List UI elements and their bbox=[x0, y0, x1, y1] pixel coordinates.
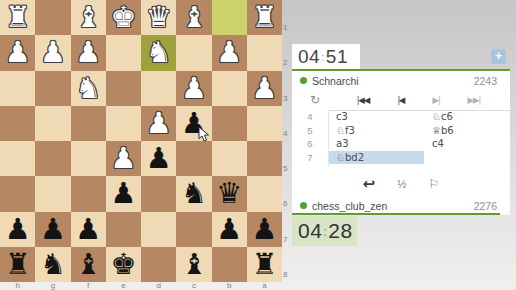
square-g7[interactable]: ♟ bbox=[35, 212, 70, 247]
square-c8[interactable]: ♝ bbox=[176, 247, 211, 282]
black-bishop-c8: ♝ bbox=[176, 247, 211, 282]
offer-draw-icon[interactable]: ½ bbox=[397, 178, 406, 190]
black-queen-b6: ♛ bbox=[212, 176, 247, 211]
rank-label-2: 2 bbox=[283, 58, 291, 67]
square-d3[interactable] bbox=[141, 71, 176, 106]
game-panel: Schnarchi 2243 ↻ |◀◀ |◀ ▶| ▶▶| 4 c3 ♘c6 … bbox=[292, 71, 510, 215]
move-row: 7 ♘bd2 bbox=[292, 151, 510, 165]
black-knight-c6: ♞ bbox=[176, 176, 211, 211]
file-label-d: d bbox=[141, 281, 176, 290]
file-label-h: h bbox=[0, 281, 35, 290]
move-number: 7 bbox=[292, 152, 328, 163]
move-number: 6 bbox=[292, 138, 328, 149]
black-rook-h8: ♜ bbox=[0, 247, 35, 282]
add-time-button[interactable]: + bbox=[491, 49, 506, 64]
clock-minutes: 04 bbox=[298, 219, 328, 242]
square-h7[interactable]: ♟ bbox=[0, 212, 35, 247]
black-move[interactable] bbox=[424, 151, 510, 165]
opponent-name: Schnarchi bbox=[312, 75, 359, 87]
black-pawn-h7: ♟ bbox=[0, 212, 35, 247]
prev-move-button[interactable]: |◀ bbox=[398, 95, 405, 105]
white-move-selected[interactable]: ♘bd2 bbox=[328, 151, 424, 165]
first-move-button[interactable]: |◀◀ bbox=[357, 95, 369, 105]
file-label-b: b bbox=[212, 281, 247, 290]
square-h3[interactable] bbox=[0, 71, 35, 106]
file-label-a: a bbox=[247, 281, 282, 290]
file-label-g: g bbox=[35, 281, 70, 290]
square-e7[interactable] bbox=[106, 212, 141, 247]
square-g1[interactable] bbox=[35, 0, 70, 35]
file-label-e: e bbox=[106, 281, 141, 290]
square-b5[interactable] bbox=[212, 141, 247, 176]
square-d4[interactable]: ♟ bbox=[141, 106, 176, 141]
black-move[interactable]: ♕b6 bbox=[424, 124, 510, 138]
square-g6[interactable] bbox=[35, 176, 70, 211]
square-e4[interactable] bbox=[106, 106, 141, 141]
white-queen-d1: ♛ bbox=[141, 0, 176, 35]
square-h2[interactable]: ♟ bbox=[0, 35, 35, 70]
square-b7[interactable]: ♟ bbox=[212, 212, 247, 247]
rank-label-8: 8 bbox=[283, 270, 291, 279]
rank-label-7: 7 bbox=[283, 235, 291, 244]
square-f4[interactable] bbox=[71, 106, 106, 141]
white-pawn-a3: ♟ bbox=[247, 71, 282, 106]
black-rook-a8: ♜ bbox=[247, 247, 282, 282]
square-h6[interactable] bbox=[0, 176, 35, 211]
move-row: 6 a3 c4 bbox=[292, 137, 510, 151]
clock-seconds: 28 bbox=[328, 219, 352, 242]
square-h4[interactable] bbox=[0, 106, 35, 141]
square-d1[interactable]: ♛ bbox=[141, 0, 176, 35]
opponent-rating: 2243 bbox=[474, 75, 497, 87]
square-e2[interactable] bbox=[106, 35, 141, 70]
player-clock-active: 0428 bbox=[292, 216, 357, 246]
white-move[interactable]: c3 bbox=[328, 110, 424, 124]
last-move-button[interactable]: ▶▶| bbox=[468, 95, 480, 105]
chess-board[interactable]: ♜♝♚♛♝♜♟♟♟♞♟♞♟♟♟♟♟♟♟♞♛♟♟♟♟♟♜♞♝♚♝♜ bbox=[0, 0, 282, 282]
square-g4[interactable] bbox=[35, 106, 70, 141]
black-move[interactable]: c4 bbox=[424, 137, 510, 151]
black-pawn-a7: ♟ bbox=[247, 212, 282, 247]
square-a5[interactable] bbox=[247, 141, 282, 176]
square-h1[interactable]: ♜ bbox=[0, 0, 35, 35]
move-nav-toolbar: ↻ |◀◀ |◀ ▶| ▶▶| bbox=[292, 90, 510, 110]
mouse-cursor-icon bbox=[198, 127, 211, 142]
square-e6[interactable]: ♟ bbox=[106, 176, 141, 211]
black-pawn-g7: ♟ bbox=[35, 212, 70, 247]
clock-seconds: 51 bbox=[326, 46, 348, 67]
move-row: 4 c3 ♘c6 bbox=[292, 110, 510, 124]
square-b3[interactable] bbox=[212, 71, 247, 106]
square-e8[interactable]: ♚ bbox=[106, 247, 141, 282]
move-row: 5 ♘f3 ♕b6 bbox=[292, 124, 510, 138]
square-c2[interactable] bbox=[176, 35, 211, 70]
white-king-e1: ♚ bbox=[106, 0, 141, 35]
game-action-buttons: ↩ ½ ⚐ bbox=[292, 171, 510, 197]
square-f7[interactable]: ♟ bbox=[71, 212, 106, 247]
square-e1[interactable]: ♚ bbox=[106, 0, 141, 35]
square-b2[interactable]: ♟ bbox=[212, 35, 247, 70]
square-g3[interactable] bbox=[35, 71, 70, 106]
square-b4[interactable] bbox=[212, 106, 247, 141]
file-label-c: c bbox=[176, 281, 211, 290]
square-h5[interactable] bbox=[0, 141, 35, 176]
white-pawn-e5: ♟ bbox=[106, 141, 141, 176]
white-pawn-b2: ♟ bbox=[212, 35, 247, 70]
black-pawn-d5: ♟ bbox=[141, 141, 176, 176]
player-rating: 2276 bbox=[474, 200, 497, 212]
square-c5[interactable] bbox=[176, 141, 211, 176]
rank-label-6: 6 bbox=[283, 199, 291, 208]
square-c1[interactable]: ♝ bbox=[176, 0, 211, 35]
square-d7[interactable] bbox=[141, 212, 176, 247]
black-king-e8: ♚ bbox=[106, 247, 141, 282]
square-a4[interactable] bbox=[247, 106, 282, 141]
white-pawn-f2: ♟ bbox=[71, 35, 106, 70]
white-move[interactable]: a3 bbox=[328, 137, 424, 151]
white-rook-h1: ♜ bbox=[0, 0, 35, 35]
square-h8[interactable]: ♜ bbox=[0, 247, 35, 282]
square-b8[interactable] bbox=[212, 247, 247, 282]
file-label-f: f bbox=[71, 281, 106, 290]
move-nav-buttons: |◀◀ |◀ ▶| ▶▶| bbox=[325, 95, 510, 105]
player-name: chess_club_zen bbox=[312, 200, 387, 212]
square-g5[interactable] bbox=[35, 141, 70, 176]
flip-board-icon[interactable]: ↻ bbox=[305, 93, 325, 107]
square-f5[interactable] bbox=[71, 141, 106, 176]
white-pawn-h2: ♟ bbox=[0, 35, 35, 70]
black-knight-g8: ♞ bbox=[35, 247, 70, 282]
opponent-player-row[interactable]: Schnarchi 2243 bbox=[292, 71, 510, 90]
square-a6[interactable] bbox=[247, 176, 282, 211]
square-d6[interactable] bbox=[141, 176, 176, 211]
resign-flag-icon[interactable]: ⚐ bbox=[429, 177, 440, 191]
rank-label-5: 5 bbox=[283, 164, 291, 173]
square-d2[interactable]: ♞ bbox=[141, 35, 176, 70]
square-a1[interactable]: ♜ bbox=[247, 0, 282, 35]
online-dot-icon bbox=[300, 202, 307, 209]
square-f1[interactable]: ♝ bbox=[71, 0, 106, 35]
white-rook-a1: ♜ bbox=[247, 0, 282, 35]
square-b6[interactable]: ♛ bbox=[212, 176, 247, 211]
square-e3[interactable] bbox=[106, 71, 141, 106]
online-dot-icon bbox=[300, 77, 307, 84]
black-move[interactable]: ♘c6 bbox=[424, 110, 510, 124]
rank-label-4: 4 bbox=[283, 129, 291, 138]
clock-minutes: 04 bbox=[298, 46, 326, 67]
move-number: 5 bbox=[292, 125, 328, 136]
opponent-clock: 0451 bbox=[292, 44, 360, 69]
next-move-button[interactable]: ▶| bbox=[433, 95, 440, 105]
black-pawn-f7: ♟ bbox=[71, 212, 106, 247]
square-d5[interactable]: ♟ bbox=[141, 141, 176, 176]
square-c7[interactable] bbox=[176, 212, 211, 247]
square-e5[interactable]: ♟ bbox=[106, 141, 141, 176]
white-bishop-c1: ♝ bbox=[176, 0, 211, 35]
white-move[interactable]: ♘f3 bbox=[328, 124, 424, 138]
clock-divider-bottom bbox=[292, 213, 500, 215]
square-a8[interactable]: ♜ bbox=[247, 247, 282, 282]
square-f6[interactable] bbox=[71, 176, 106, 211]
black-pawn-e6: ♟ bbox=[106, 176, 141, 211]
square-g8[interactable]: ♞ bbox=[35, 247, 70, 282]
square-f3[interactable]: ♞ bbox=[71, 71, 106, 106]
white-pawn-g2: ♟ bbox=[35, 35, 70, 70]
black-pawn-b7: ♟ bbox=[212, 212, 247, 247]
square-f8[interactable]: ♝ bbox=[71, 247, 106, 282]
square-a3[interactable]: ♟ bbox=[247, 71, 282, 106]
white-bishop-f1: ♝ bbox=[71, 0, 106, 35]
square-a7[interactable]: ♟ bbox=[247, 212, 282, 247]
rank-label-1: 1 bbox=[283, 23, 291, 32]
takeback-icon[interactable]: ↩ bbox=[363, 175, 376, 193]
square-f2[interactable]: ♟ bbox=[71, 35, 106, 70]
square-b1[interactable] bbox=[212, 0, 247, 35]
move-list: 4 c3 ♘c6 5 ♘f3 ♕b6 6 a3 c4 7 ♘bd2 bbox=[292, 110, 510, 167]
white-pawn-c3: ♟ bbox=[176, 71, 211, 106]
square-d8[interactable] bbox=[141, 247, 176, 282]
square-a2[interactable] bbox=[247, 35, 282, 70]
move-number: 4 bbox=[292, 111, 328, 122]
square-c3[interactable]: ♟ bbox=[176, 71, 211, 106]
square-c6[interactable]: ♞ bbox=[176, 176, 211, 211]
rank-label-3: 3 bbox=[283, 94, 291, 103]
square-g2[interactable]: ♟ bbox=[35, 35, 70, 70]
black-bishop-f8: ♝ bbox=[71, 247, 106, 282]
white-knight-f3: ♞ bbox=[71, 71, 106, 106]
white-knight-d2: ♞ bbox=[141, 35, 176, 70]
white-pawn-d4: ♟ bbox=[141, 106, 176, 141]
